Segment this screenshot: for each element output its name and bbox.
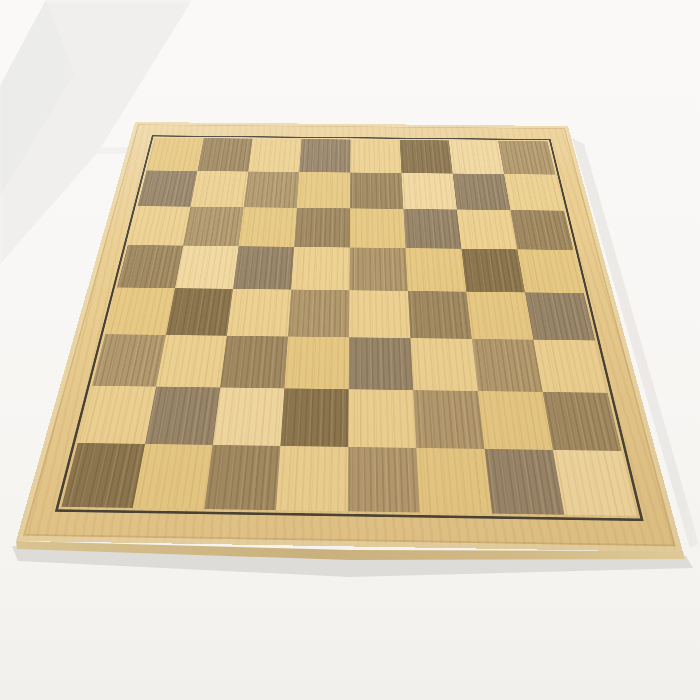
square-g2[interactable] bbox=[478, 391, 553, 450]
square-d1[interactable] bbox=[276, 446, 348, 511]
square-c6[interactable] bbox=[239, 207, 297, 247]
square-h2[interactable] bbox=[543, 392, 622, 451]
square-d7[interactable] bbox=[297, 172, 351, 208]
square-c2[interactable] bbox=[213, 387, 285, 445]
square-h3[interactable] bbox=[533, 340, 607, 393]
square-a2[interactable] bbox=[78, 386, 156, 444]
square-b8[interactable] bbox=[197, 138, 252, 171]
square-d4[interactable] bbox=[288, 290, 350, 338]
square-f7[interactable] bbox=[401, 173, 456, 209]
square-f1[interactable] bbox=[416, 448, 492, 514]
square-e1[interactable] bbox=[348, 447, 420, 513]
square-g7[interactable] bbox=[453, 174, 511, 211]
square-f4[interactable] bbox=[408, 291, 472, 339]
square-g8[interactable] bbox=[449, 140, 504, 174]
square-f6[interactable] bbox=[403, 209, 461, 249]
square-e2[interactable] bbox=[348, 389, 416, 448]
square-b5[interactable] bbox=[175, 246, 239, 289]
square-g3[interactable] bbox=[472, 339, 543, 392]
square-d2[interactable] bbox=[280, 388, 348, 447]
square-e6[interactable] bbox=[350, 208, 406, 248]
square-h7[interactable] bbox=[504, 174, 564, 211]
square-b6[interactable] bbox=[183, 207, 244, 247]
square-f2[interactable] bbox=[413, 390, 484, 449]
square-a5[interactable] bbox=[117, 245, 183, 288]
square-b7[interactable] bbox=[191, 171, 249, 207]
square-h6[interactable] bbox=[510, 210, 573, 250]
square-h5[interactable] bbox=[517, 249, 583, 293]
square-e8[interactable] bbox=[350, 140, 401, 174]
square-e5[interactable] bbox=[349, 247, 407, 290]
square-g1[interactable] bbox=[485, 449, 565, 515]
chess-board bbox=[16, 122, 683, 552]
square-d6[interactable] bbox=[294, 208, 350, 248]
square-h4[interactable] bbox=[525, 292, 595, 340]
square-e4[interactable] bbox=[349, 290, 410, 338]
square-b4[interactable] bbox=[166, 288, 233, 336]
photo-scene bbox=[0, 0, 700, 700]
square-b3[interactable] bbox=[156, 335, 227, 388]
square-a4[interactable] bbox=[105, 287, 175, 334]
square-a1[interactable] bbox=[61, 443, 145, 508]
square-f5[interactable] bbox=[406, 248, 467, 292]
square-a6[interactable] bbox=[128, 206, 191, 245]
square-c8[interactable] bbox=[248, 139, 301, 172]
square-b2[interactable] bbox=[145, 387, 220, 445]
square-c7[interactable] bbox=[244, 172, 300, 208]
square-f3[interactable] bbox=[410, 338, 477, 391]
square-a7[interactable] bbox=[138, 170, 198, 206]
square-d8[interactable] bbox=[299, 139, 350, 172]
board-squares-grid bbox=[61, 138, 636, 516]
square-g6[interactable] bbox=[457, 210, 518, 250]
square-c1[interactable] bbox=[204, 445, 280, 510]
square-g5[interactable] bbox=[461, 249, 525, 293]
square-a3[interactable] bbox=[92, 334, 166, 386]
square-e3[interactable] bbox=[349, 337, 413, 390]
square-d3[interactable] bbox=[284, 337, 349, 390]
square-c3[interactable] bbox=[220, 336, 288, 389]
square-h8[interactable] bbox=[498, 141, 555, 175]
square-b1[interactable] bbox=[133, 444, 213, 509]
square-f8[interactable] bbox=[400, 140, 453, 174]
square-g4[interactable] bbox=[466, 292, 533, 340]
square-c5[interactable] bbox=[233, 246, 294, 289]
square-d5[interactable] bbox=[291, 247, 350, 290]
square-c4[interactable] bbox=[227, 289, 291, 337]
square-e7[interactable] bbox=[350, 173, 403, 209]
square-a8[interactable] bbox=[147, 138, 204, 171]
